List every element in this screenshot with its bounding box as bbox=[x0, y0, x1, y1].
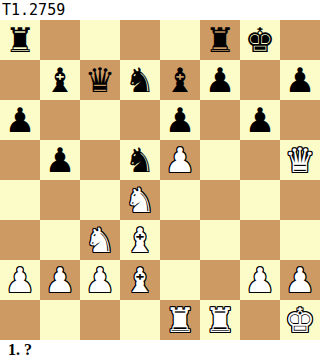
white-pawn-piece[interactable]: ♟ bbox=[80, 260, 120, 300]
square-c5[interactable] bbox=[80, 140, 120, 180]
square-h6[interactable] bbox=[280, 100, 320, 140]
square-b5[interactable]: ♟ bbox=[40, 140, 80, 180]
square-f3[interactable] bbox=[200, 220, 240, 260]
square-d2[interactable]: ♝ bbox=[120, 260, 160, 300]
square-b2[interactable]: ♟ bbox=[40, 260, 80, 300]
white-bishop-piece[interactable]: ♝ bbox=[120, 260, 160, 300]
square-b7[interactable]: ♝ bbox=[40, 60, 80, 100]
square-a6[interactable]: ♟ bbox=[0, 100, 40, 140]
white-pawn-piece[interactable]: ♟ bbox=[40, 260, 80, 300]
square-c4[interactable] bbox=[80, 180, 120, 220]
white-pawn-piece[interactable]: ♟ bbox=[280, 260, 320, 300]
black-rook-piece[interactable]: ♜ bbox=[200, 20, 240, 60]
square-e8[interactable] bbox=[160, 20, 200, 60]
square-g8[interactable]: ♚ bbox=[240, 20, 280, 60]
black-pawn-piece[interactable]: ♟ bbox=[40, 140, 80, 180]
square-e5[interactable]: ♟ bbox=[160, 140, 200, 180]
square-c8[interactable] bbox=[80, 20, 120, 60]
black-pawn-piece[interactable]: ♟ bbox=[200, 60, 240, 100]
square-f2[interactable] bbox=[200, 260, 240, 300]
chess-puzzle-app: T1.2759 ♜♜♚♝♛♞♝♟♟♟♟♟♟♞♟♛♞♞♝♟♟♟♝♟♟♜♜♚ 1. … bbox=[0, 0, 320, 360]
square-a3[interactable] bbox=[0, 220, 40, 260]
square-d1[interactable] bbox=[120, 300, 160, 340]
square-h5[interactable]: ♛ bbox=[280, 140, 320, 180]
white-rook-piece[interactable]: ♜ bbox=[200, 300, 240, 340]
square-b3[interactable] bbox=[40, 220, 80, 260]
white-knight-piece[interactable]: ♞ bbox=[120, 180, 160, 220]
white-pawn-piece[interactable]: ♟ bbox=[240, 260, 280, 300]
square-c7[interactable]: ♛ bbox=[80, 60, 120, 100]
white-queen-piece[interactable]: ♛ bbox=[280, 140, 320, 180]
square-a7[interactable] bbox=[0, 60, 40, 100]
square-e2[interactable] bbox=[160, 260, 200, 300]
square-c3[interactable]: ♞ bbox=[80, 220, 120, 260]
square-b4[interactable] bbox=[40, 180, 80, 220]
chess-board: ♜♜♚♝♛♞♝♟♟♟♟♟♟♞♟♛♞♞♝♟♟♟♝♟♟♜♜♚ bbox=[0, 20, 320, 340]
square-e1[interactable]: ♜ bbox=[160, 300, 200, 340]
square-h4[interactable] bbox=[280, 180, 320, 220]
square-a1[interactable] bbox=[0, 300, 40, 340]
square-a2[interactable]: ♟ bbox=[0, 260, 40, 300]
square-g4[interactable] bbox=[240, 180, 280, 220]
black-pawn-piece[interactable]: ♟ bbox=[240, 100, 280, 140]
square-g6[interactable]: ♟ bbox=[240, 100, 280, 140]
square-h7[interactable]: ♟ bbox=[280, 60, 320, 100]
square-g3[interactable] bbox=[240, 220, 280, 260]
puzzle-id: T1.2759 bbox=[0, 0, 320, 20]
square-h8[interactable] bbox=[280, 20, 320, 60]
square-g2[interactable]: ♟ bbox=[240, 260, 280, 300]
white-knight-piece[interactable]: ♞ bbox=[80, 220, 120, 260]
square-d8[interactable] bbox=[120, 20, 160, 60]
white-rook-piece[interactable]: ♜ bbox=[160, 300, 200, 340]
square-f8[interactable]: ♜ bbox=[200, 20, 240, 60]
black-knight-piece[interactable]: ♞ bbox=[120, 60, 160, 100]
square-d4[interactable]: ♞ bbox=[120, 180, 160, 220]
square-a4[interactable] bbox=[0, 180, 40, 220]
white-king-piece[interactable]: ♚ bbox=[280, 300, 320, 340]
black-bishop-piece[interactable]: ♝ bbox=[160, 60, 200, 100]
square-f5[interactable] bbox=[200, 140, 240, 180]
square-d3[interactable]: ♝ bbox=[120, 220, 160, 260]
square-h2[interactable]: ♟ bbox=[280, 260, 320, 300]
square-f1[interactable]: ♜ bbox=[200, 300, 240, 340]
square-g7[interactable] bbox=[240, 60, 280, 100]
square-g1[interactable] bbox=[240, 300, 280, 340]
black-pawn-piece[interactable]: ♟ bbox=[280, 60, 320, 100]
square-b1[interactable] bbox=[40, 300, 80, 340]
square-f6[interactable] bbox=[200, 100, 240, 140]
square-g5[interactable] bbox=[240, 140, 280, 180]
black-knight-piece[interactable]: ♞ bbox=[120, 140, 160, 180]
square-b8[interactable] bbox=[40, 20, 80, 60]
square-e7[interactable]: ♝ bbox=[160, 60, 200, 100]
white-bishop-piece[interactable]: ♝ bbox=[120, 220, 160, 260]
square-h3[interactable] bbox=[280, 220, 320, 260]
square-d5[interactable]: ♞ bbox=[120, 140, 160, 180]
black-bishop-piece[interactable]: ♝ bbox=[40, 60, 80, 100]
square-a8[interactable]: ♜ bbox=[0, 20, 40, 60]
square-h1[interactable]: ♚ bbox=[280, 300, 320, 340]
square-d7[interactable]: ♞ bbox=[120, 60, 160, 100]
white-pawn-piece[interactable]: ♟ bbox=[0, 260, 40, 300]
square-c2[interactable]: ♟ bbox=[80, 260, 120, 300]
move-prompt: 1. ? bbox=[0, 340, 320, 360]
black-queen-piece[interactable]: ♛ bbox=[80, 60, 120, 100]
square-e4[interactable] bbox=[160, 180, 200, 220]
square-f4[interactable] bbox=[200, 180, 240, 220]
square-e3[interactable] bbox=[160, 220, 200, 260]
black-pawn-piece[interactable]: ♟ bbox=[0, 100, 40, 140]
black-pawn-piece[interactable]: ♟ bbox=[160, 100, 200, 140]
square-a5[interactable] bbox=[0, 140, 40, 180]
white-pawn-piece[interactable]: ♟ bbox=[160, 140, 200, 180]
square-c6[interactable] bbox=[80, 100, 120, 140]
square-d6[interactable] bbox=[120, 100, 160, 140]
square-e6[interactable]: ♟ bbox=[160, 100, 200, 140]
black-rook-piece[interactable]: ♜ bbox=[0, 20, 40, 60]
black-king-piece[interactable]: ♚ bbox=[240, 20, 280, 60]
square-c1[interactable] bbox=[80, 300, 120, 340]
square-b6[interactable] bbox=[40, 100, 80, 140]
square-f7[interactable]: ♟ bbox=[200, 60, 240, 100]
